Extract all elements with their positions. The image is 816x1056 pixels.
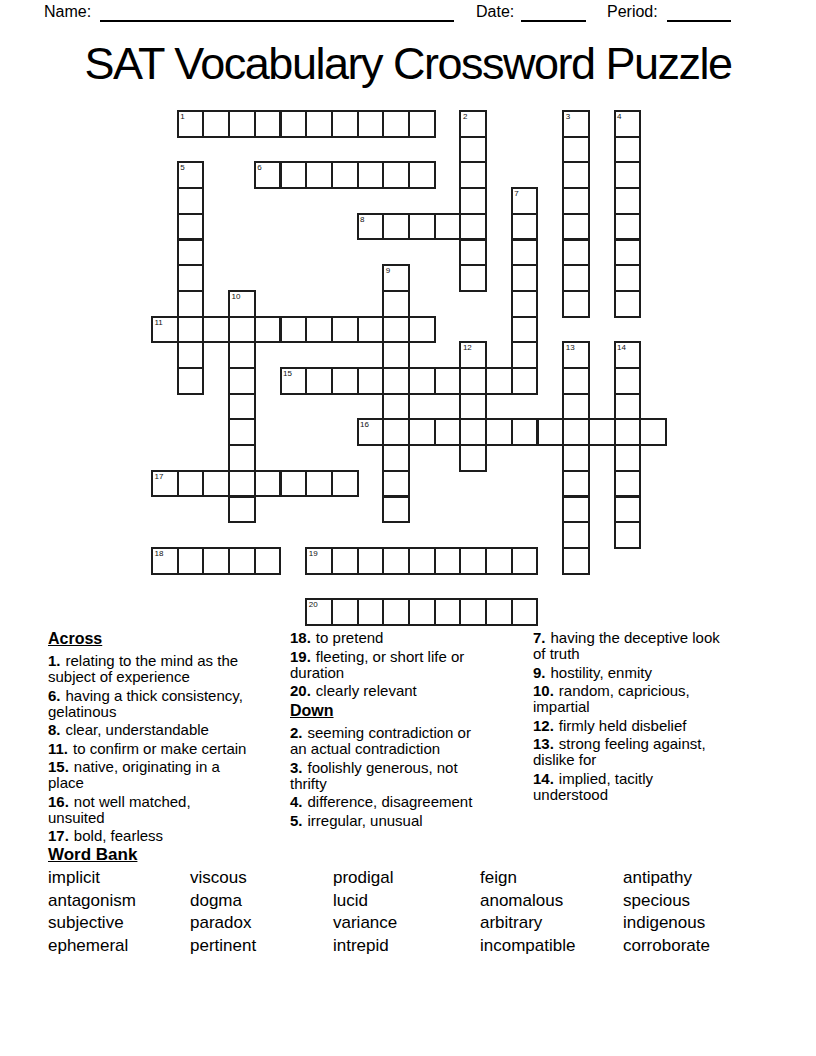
word-bank-word: antagonism [48, 890, 136, 913]
grid-cell-r7c16[interactable] [562, 290, 590, 318]
word-bank-column-2: viscousdogmaparadoxpertinent [190, 867, 256, 957]
grid-cell-r17c13[interactable] [485, 547, 513, 575]
clue-number-label: 11. [48, 740, 68, 757]
grid-cell-r3c1[interactable] [177, 187, 205, 215]
grid-cell-r0c10[interactable] [408, 110, 436, 138]
clue-number: 7 [514, 189, 518, 198]
grid-cell-r8c3[interactable] [228, 316, 256, 344]
across-clues-part2: 18.to pretend19.fleeting, or short life … [290, 630, 534, 699]
grid-cell-r5c14[interactable] [511, 239, 539, 267]
clue-number: 3 [566, 112, 570, 121]
grid-cell-r14c16[interactable] [562, 470, 590, 498]
grid-cell-r15c18[interactable] [614, 496, 642, 524]
grid-cell-r17c16[interactable] [562, 547, 590, 575]
word-bank-word: paradox [190, 912, 256, 935]
grid-cell-r10c16[interactable] [562, 367, 590, 395]
word-bank-column-1: implicitantagonismsubjectiveephemeral [48, 867, 136, 957]
grid-cell-r8c8[interactable] [357, 316, 385, 344]
word-bank-word: indigenous [623, 912, 710, 935]
grid-cell-r0c1[interactable]: 1 [177, 110, 205, 138]
grid-cell-r2c1[interactable]: 5 [177, 161, 205, 189]
grid-cell-r6c12[interactable] [459, 264, 487, 292]
grid-cell-r8c0[interactable]: 11 [151, 316, 179, 344]
clue-text: foolishly generous, not thrifty [290, 759, 458, 792]
clue-number: 2 [463, 112, 467, 121]
clue-text: having the deceptive look of truth [533, 629, 720, 662]
grid-cell-r6c1[interactable] [177, 264, 205, 292]
clue-down-3: 3.foolishly generous, not thrifty [290, 760, 534, 792]
grid-cell-r11c16[interactable] [562, 393, 590, 421]
grid-cell-r12c15[interactable] [537, 418, 565, 446]
grid-cell-r19c14[interactable] [511, 598, 539, 626]
grid-cell-r11c3[interactable] [228, 393, 256, 421]
grid-cell-r3c18[interactable] [614, 187, 642, 215]
clue-number-label: 8. [48, 721, 61, 738]
grid-cell-r5c16[interactable] [562, 239, 590, 267]
grid-cell-r14c2[interactable] [202, 470, 230, 498]
grid-cell-r4c12[interactable] [459, 213, 487, 241]
grid-cell-r13c3[interactable] [228, 444, 256, 472]
clue-number: 8 [360, 215, 364, 224]
clue-across-16: 16.not well matched, unsuited [48, 794, 294, 826]
clue-number-label: 13. [533, 735, 554, 752]
grid-cell-r12c14[interactable] [511, 418, 539, 446]
clue-number: 16 [360, 420, 369, 429]
grid-cell-r7c9[interactable] [382, 290, 410, 318]
word-bank-word: pertinent [190, 935, 256, 958]
down-clues-part2: 7.having the deceptive look of truth9.ho… [533, 630, 771, 803]
grid-cell-r10c7[interactable] [331, 367, 359, 395]
clue-down-9: 9.hostility, enmity [533, 665, 771, 681]
grid-cell-r2c6[interactable] [305, 161, 333, 189]
grid-cell-r14c6[interactable] [305, 470, 333, 498]
grid-cell-r4c8[interactable]: 8 [357, 213, 385, 241]
grid-cell-r17c3[interactable] [228, 547, 256, 575]
grid-cell-r9c9[interactable] [382, 341, 410, 369]
grid-cell-r15c3[interactable] [228, 496, 256, 524]
clue-across-1: 1.relating to the mind as the subject of… [48, 653, 294, 685]
clue-across-17: 17.bold, fearless [48, 828, 294, 844]
word-bank-header: Word Bank [48, 845, 137, 864]
clue-text: clearly relevant [316, 682, 417, 699]
grid-cell-r10c1[interactable] [177, 367, 205, 395]
clue-number: 6 [257, 163, 261, 172]
clue-text: relating to the mind as the subject of e… [48, 652, 238, 685]
grid-cell-r4c9[interactable] [382, 213, 410, 241]
grid-cell-r10c6[interactable] [305, 367, 333, 395]
grid-cell-r12c10[interactable] [408, 418, 436, 446]
grid-cell-r11c18[interactable] [614, 393, 642, 421]
grid-cell-r19c7[interactable] [331, 598, 359, 626]
clue-number: 10 [232, 292, 241, 301]
grid-cell-r0c6[interactable] [305, 110, 333, 138]
grid-cell-r6c18[interactable] [614, 264, 642, 292]
grid-cell-r9c18[interactable]: 14 [614, 341, 642, 369]
grid-cell-r13c16[interactable] [562, 444, 590, 472]
grid-cell-r17c9[interactable] [382, 547, 410, 575]
clue-text: native, originating in a place [48, 758, 220, 791]
grid-cell-r0c12[interactable]: 2 [459, 110, 487, 138]
grid-cell-r3c16[interactable] [562, 187, 590, 215]
clue-number-label: 19. [290, 648, 311, 665]
grid-cell-r2c8[interactable] [357, 161, 385, 189]
grid-cell-r13c9[interactable] [382, 444, 410, 472]
grid-cell-r9c1[interactable] [177, 341, 205, 369]
grid-cell-r14c5[interactable] [280, 470, 308, 498]
clue-text: having a thick consistency, gelatinous [48, 687, 243, 720]
grid-cell-r14c7[interactable] [331, 470, 359, 498]
grid-cell-r9c12[interactable]: 12 [459, 341, 487, 369]
grid-cell-r2c5[interactable] [280, 161, 308, 189]
clue-number-label: 17. [48, 827, 69, 844]
grid-cell-r17c14[interactable] [511, 547, 539, 575]
clue-number-label: 10. [533, 682, 554, 699]
grid-cell-r1c18[interactable] [614, 136, 642, 164]
clue-text: clear, understandable [66, 721, 209, 738]
clue-number-label: 7. [533, 629, 546, 646]
grid-cell-r7c14[interactable] [511, 290, 539, 318]
clue-number: 13 [566, 343, 575, 352]
grid-cell-r0c7[interactable] [331, 110, 359, 138]
grid-cell-r8c6[interactable] [305, 316, 333, 344]
grid-cell-r4c16[interactable] [562, 213, 590, 241]
grid-cell-r10c18[interactable] [614, 367, 642, 395]
word-bank-word: ephemeral [48, 935, 136, 958]
clue-text: random, capricious, impartial [533, 682, 690, 715]
clue-number-label: 5. [290, 812, 303, 829]
word-bank-word: specious [623, 890, 710, 913]
grid-cell-r19c6[interactable]: 20 [305, 598, 333, 626]
clue-number-label: 1. [48, 652, 61, 669]
word-bank-column-4: feignanomalousarbitraryincompatible [480, 867, 575, 957]
grid-cell-r3c12[interactable] [459, 187, 487, 215]
grid-cell-r12c11[interactable] [434, 418, 462, 446]
clue-down-4: 4.difference, disagreement [290, 794, 534, 810]
grid-cell-r19c12[interactable] [459, 598, 487, 626]
clue-text: irregular, unusual [308, 812, 423, 829]
clue-down-10: 10.random, capricious, impartial [533, 683, 771, 715]
clue-number-label: 12. [533, 717, 554, 734]
clue-text: seeming contradiction or an actual contr… [290, 724, 471, 757]
clue-across-20: 20.clearly relevant [290, 683, 534, 699]
clue-number: 11 [155, 318, 163, 327]
clue-across-15: 15.native, originating in a place [48, 759, 294, 791]
grid-cell-r2c4[interactable]: 6 [254, 161, 282, 189]
across-clues-part1: 1.relating to the mind as the subject of… [48, 653, 294, 844]
clue-text: to confirm or make certain [73, 740, 246, 757]
grid-cell-r17c0[interactable]: 18 [151, 547, 179, 575]
word-bank-word: feign [480, 867, 575, 890]
grid-cell-r0c9[interactable] [382, 110, 410, 138]
grid-cell-r2c18[interactable] [614, 161, 642, 189]
clue-number-label: 2. [290, 724, 303, 741]
clue-number-label: 20. [290, 682, 311, 699]
grid-cell-r11c9[interactable] [382, 393, 410, 421]
across-header: Across [48, 630, 294, 648]
grid-cell-r0c5[interactable] [280, 110, 308, 138]
clue-number: 14 [617, 343, 626, 352]
grid-cell-r14c4[interactable] [254, 470, 282, 498]
word-bank-word: prodigal [333, 867, 397, 890]
grid-cell-r5c18[interactable] [614, 239, 642, 267]
grid-cell-r14c0[interactable]: 17 [151, 470, 179, 498]
grid-cell-r7c1[interactable] [177, 290, 205, 318]
grid-cell-r19c11[interactable] [434, 598, 462, 626]
grid-cell-r2c9[interactable] [382, 161, 410, 189]
clue-down-7: 7.having the deceptive look of truth [533, 630, 771, 662]
word-bank-word: antipathy [623, 867, 710, 890]
period-label: Period: [607, 3, 658, 21]
grid-cell-r10c3[interactable] [228, 367, 256, 395]
word-bank-word: variance [333, 912, 397, 935]
grid-cell-r6c14[interactable] [511, 264, 539, 292]
name-field[interactable] [100, 2, 454, 22]
clue-text: difference, disagreement [308, 793, 473, 810]
grid-cell-r12c13[interactable] [485, 418, 513, 446]
grid-cell-r8c7[interactable] [331, 316, 359, 344]
grid-cell-r3c14[interactable]: 7 [511, 187, 539, 215]
clue-across-8: 8.clear, understandable [48, 722, 294, 738]
grid-cell-r4c14[interactable] [511, 213, 539, 241]
grid-cell-r12c12[interactable] [459, 418, 487, 446]
grid-cell-r9c14[interactable] [511, 341, 539, 369]
clue-down-2: 2.seeming contradiction or an actual con… [290, 725, 534, 757]
clue-across-11: 11.to confirm or make certain [48, 741, 294, 757]
grid-cell-r10c13[interactable] [485, 367, 513, 395]
grid-cell-r19c10[interactable] [408, 598, 436, 626]
clue-number: 4 [617, 112, 621, 121]
clue-number: 5 [180, 163, 184, 172]
grid-cell-r1c16[interactable] [562, 136, 590, 164]
grid-cell-r14c3[interactable] [228, 470, 256, 498]
grid-cell-r17c12[interactable] [459, 547, 487, 575]
grid-cell-r17c10[interactable] [408, 547, 436, 575]
grid-cell-r2c16[interactable] [562, 161, 590, 189]
grid-cell-r10c14[interactable] [511, 367, 539, 395]
grid-cell-r0c18[interactable]: 4 [614, 110, 642, 138]
grid-cell-r17c8[interactable] [357, 547, 385, 575]
grid-cell-r10c12[interactable] [459, 367, 487, 395]
grid-cell-r12c9[interactable] [382, 418, 410, 446]
grid-cell-r9c16[interactable]: 13 [562, 341, 590, 369]
down-clues-part1: 2.seeming contradiction or an actual con… [290, 725, 534, 829]
word-bank-word: incompatible [480, 935, 575, 958]
grid-cell-r6c16[interactable] [562, 264, 590, 292]
grid-cell-r12c3[interactable] [228, 418, 256, 446]
clue-text: to pretend [316, 629, 384, 646]
word-bank-word: subjective [48, 912, 136, 935]
grid-cell-r14c1[interactable] [177, 470, 205, 498]
clue-number-label: 3. [290, 759, 303, 776]
grid-cell-r10c5[interactable]: 15 [280, 367, 308, 395]
grid-cell-r13c18[interactable] [614, 444, 642, 472]
clue-number: 9 [386, 266, 390, 275]
grid-cell-r0c2[interactable] [202, 110, 230, 138]
grid-cell-r12c19[interactable] [639, 418, 667, 446]
clue-across-19: 19.fleeting, or short life or duration [290, 649, 534, 681]
grid-cell-r13c12[interactable] [459, 444, 487, 472]
clue-number: 12 [463, 343, 472, 352]
grid-cell-r19c13[interactable] [485, 598, 513, 626]
word-bank-word: dogma [190, 890, 256, 913]
grid-cell-r1c12[interactable] [459, 136, 487, 164]
page-title: SAT Vocabulary Crossword Puzzle [0, 39, 816, 89]
grid-cell-r2c7[interactable] [331, 161, 359, 189]
grid-cell-r15c9[interactable] [382, 496, 410, 524]
clue-number-label: 9. [533, 664, 546, 681]
clue-number: 17 [155, 472, 164, 481]
grid-cell-r12c18[interactable] [614, 418, 642, 446]
grid-cell-r17c1[interactable] [177, 547, 205, 575]
clues-column-2: 18.to pretend19.fleeting, or short life … [290, 630, 534, 831]
grid-cell-r4c18[interactable] [614, 213, 642, 241]
grid-cell-r0c3[interactable] [228, 110, 256, 138]
grid-cell-r7c3[interactable]: 10 [228, 290, 256, 318]
grid-cell-r10c8[interactable] [357, 367, 385, 395]
clue-text: hostility, enmity [551, 664, 652, 681]
clue-down-5: 5.irregular, unusual [290, 813, 534, 829]
worksheet-page: { "game": "crossword", "title": "SAT Voc… [0, 0, 816, 1056]
grid-cell-r8c9[interactable] [382, 316, 410, 344]
grid-cell-r14c9[interactable] [382, 470, 410, 498]
clue-number: 20 [309, 600, 318, 609]
clue-across-6: 6.having a thick consistency, gelatinous [48, 688, 294, 720]
grid-cell-r19c8[interactable] [357, 598, 385, 626]
clue-text: fleeting, or short life or duration [290, 648, 464, 681]
grid-cell-r0c8[interactable] [357, 110, 385, 138]
word-bank-word: viscous [190, 867, 256, 890]
word-bank-word: lucid [333, 890, 397, 913]
grid-cell-r16c16[interactable] [562, 521, 590, 549]
grid-cell-r0c16[interactable]: 3 [562, 110, 590, 138]
clues-column-1: Across 1.relating to the mind as the sub… [48, 630, 294, 847]
clue-number-label: 6. [48, 687, 61, 704]
date-field[interactable] [521, 2, 586, 22]
grid-cell-r17c7[interactable] [331, 547, 359, 575]
clue-number-label: 15. [48, 758, 69, 775]
grid-cell-r10c9[interactable] [382, 367, 410, 395]
period-field[interactable] [667, 2, 731, 22]
grid-cell-r7c18[interactable] [614, 290, 642, 318]
grid-cell-r2c10[interactable] [408, 161, 436, 189]
clue-number: 1 [180, 112, 184, 121]
clue-text: bold, fearless [74, 827, 163, 844]
grid-cell-r19c9[interactable] [382, 598, 410, 626]
grid-cell-r11c12[interactable] [459, 393, 487, 421]
grid-cell-r8c4[interactable] [254, 316, 282, 344]
grid-cell-r4c1[interactable] [177, 213, 205, 241]
clue-across-18: 18.to pretend [290, 630, 534, 646]
grid-cell-r12c17[interactable] [588, 418, 616, 446]
grid-cell-r14c18[interactable] [614, 470, 642, 498]
clue-down-13: 13.strong feeling against, dislike for [533, 736, 771, 768]
clue-number-label: 4. [290, 793, 303, 810]
word-bank-word: arbitrary [480, 912, 575, 935]
clue-text: strong feeling against, dislike for [533, 735, 706, 768]
grid-cell-r17c11[interactable] [434, 547, 462, 575]
grid-cell-r4c10[interactable] [408, 213, 436, 241]
grid-cell-r4c11[interactable] [434, 213, 462, 241]
word-bank-column-5: antipathyspeciousindigenouscorroborate [623, 867, 710, 957]
word-bank-column-3: prodigallucidvarianceintrepid [333, 867, 397, 957]
grid-cell-r2c12[interactable] [459, 161, 487, 189]
word-bank-word: corroborate [623, 935, 710, 958]
clues-column-3: 7.having the deceptive look of truth9.ho… [533, 630, 771, 805]
grid-cell-r9c3[interactable] [228, 341, 256, 369]
grid-cell-r8c1[interactable] [177, 316, 205, 344]
grid-cell-r17c6[interactable]: 19 [305, 547, 333, 575]
grid-cell-r0c4[interactable] [254, 110, 282, 138]
clue-number: 19 [309, 549, 318, 558]
clue-number: 15 [283, 369, 292, 378]
clue-number-label: 14. [533, 770, 554, 787]
grid-cell-r17c4[interactable] [254, 547, 282, 575]
grid-cell-r5c1[interactable] [177, 239, 205, 267]
word-bank-word: anomalous [480, 890, 575, 913]
clue-number-label: 18. [290, 629, 311, 646]
grid-cell-r6c9[interactable]: 9 [382, 264, 410, 292]
crossword-grid: 1234567891011121314151617181920 [151, 110, 668, 627]
grid-cell-r17c2[interactable] [202, 547, 230, 575]
grid-cell-r5c12[interactable] [459, 239, 487, 267]
grid-cell-r8c14[interactable] [511, 316, 539, 344]
clue-down-12: 12.firmly held disbelief [533, 718, 771, 734]
date-label: Date: [476, 3, 514, 21]
grid-cell-r8c5[interactable] [280, 316, 308, 344]
grid-cell-r10c10[interactable] [408, 367, 436, 395]
grid-cell-r8c10[interactable] [408, 316, 436, 344]
clue-text: firmly held disbelief [559, 717, 687, 734]
clue-text: not well matched, unsuited [48, 793, 191, 826]
clue-number-label: 16. [48, 793, 69, 810]
grid-cell-r12c8[interactable]: 16 [357, 418, 385, 446]
grid-cell-r12c16[interactable] [562, 418, 590, 446]
grid-cell-r10c11[interactable] [434, 367, 462, 395]
clue-down-14: 14.implied, tacitly understood [533, 771, 771, 803]
name-label: Name: [44, 3, 91, 21]
word-bank-word: implicit [48, 867, 136, 890]
clue-number: 18 [155, 549, 164, 558]
grid-cell-r15c16[interactable] [562, 496, 590, 524]
word-bank-word: intrepid [333, 935, 397, 958]
grid-cell-r8c2[interactable] [202, 316, 230, 344]
grid-cell-r16c18[interactable] [614, 521, 642, 549]
down-header: Down [290, 702, 534, 720]
